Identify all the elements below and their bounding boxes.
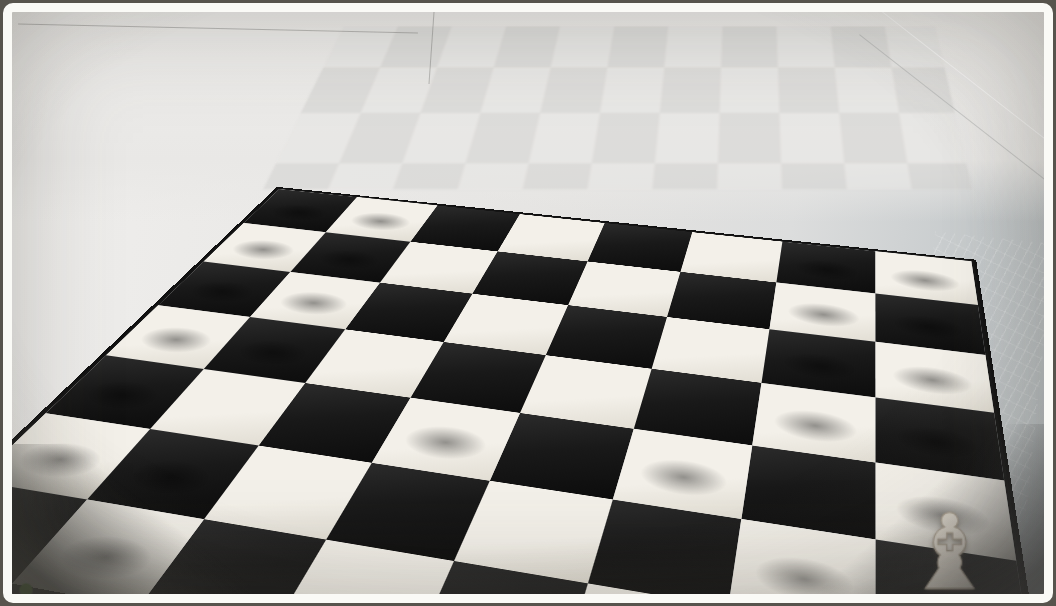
board-edge-shadow-left	[12, 444, 252, 594]
pawn-glyph: ♟	[246, 296, 297, 353]
glass-shadow-right	[814, 424, 1044, 594]
square-f3	[652, 317, 770, 383]
pawn-glyph: ♟	[759, 599, 833, 603]
reflected-checkerboard	[263, 26, 972, 189]
square-d3: ♟	[613, 429, 752, 519]
display-case-photo: ♜♟♟♜♞♟♟♞♝♟♟♝♚♟♟♚♛♟♟♛♝♟♟♝♞♟♟♞♜♟♟♜	[3, 3, 1053, 603]
pawn-glyph: ♟	[787, 364, 844, 427]
pawn-glyph: ♟	[653, 412, 713, 479]
knight-glyph: ♞	[908, 601, 1007, 603]
square-e4	[520, 355, 652, 429]
pawn-glyph: ♟	[416, 379, 474, 443]
square-a8: ♜	[3, 561, 12, 603]
